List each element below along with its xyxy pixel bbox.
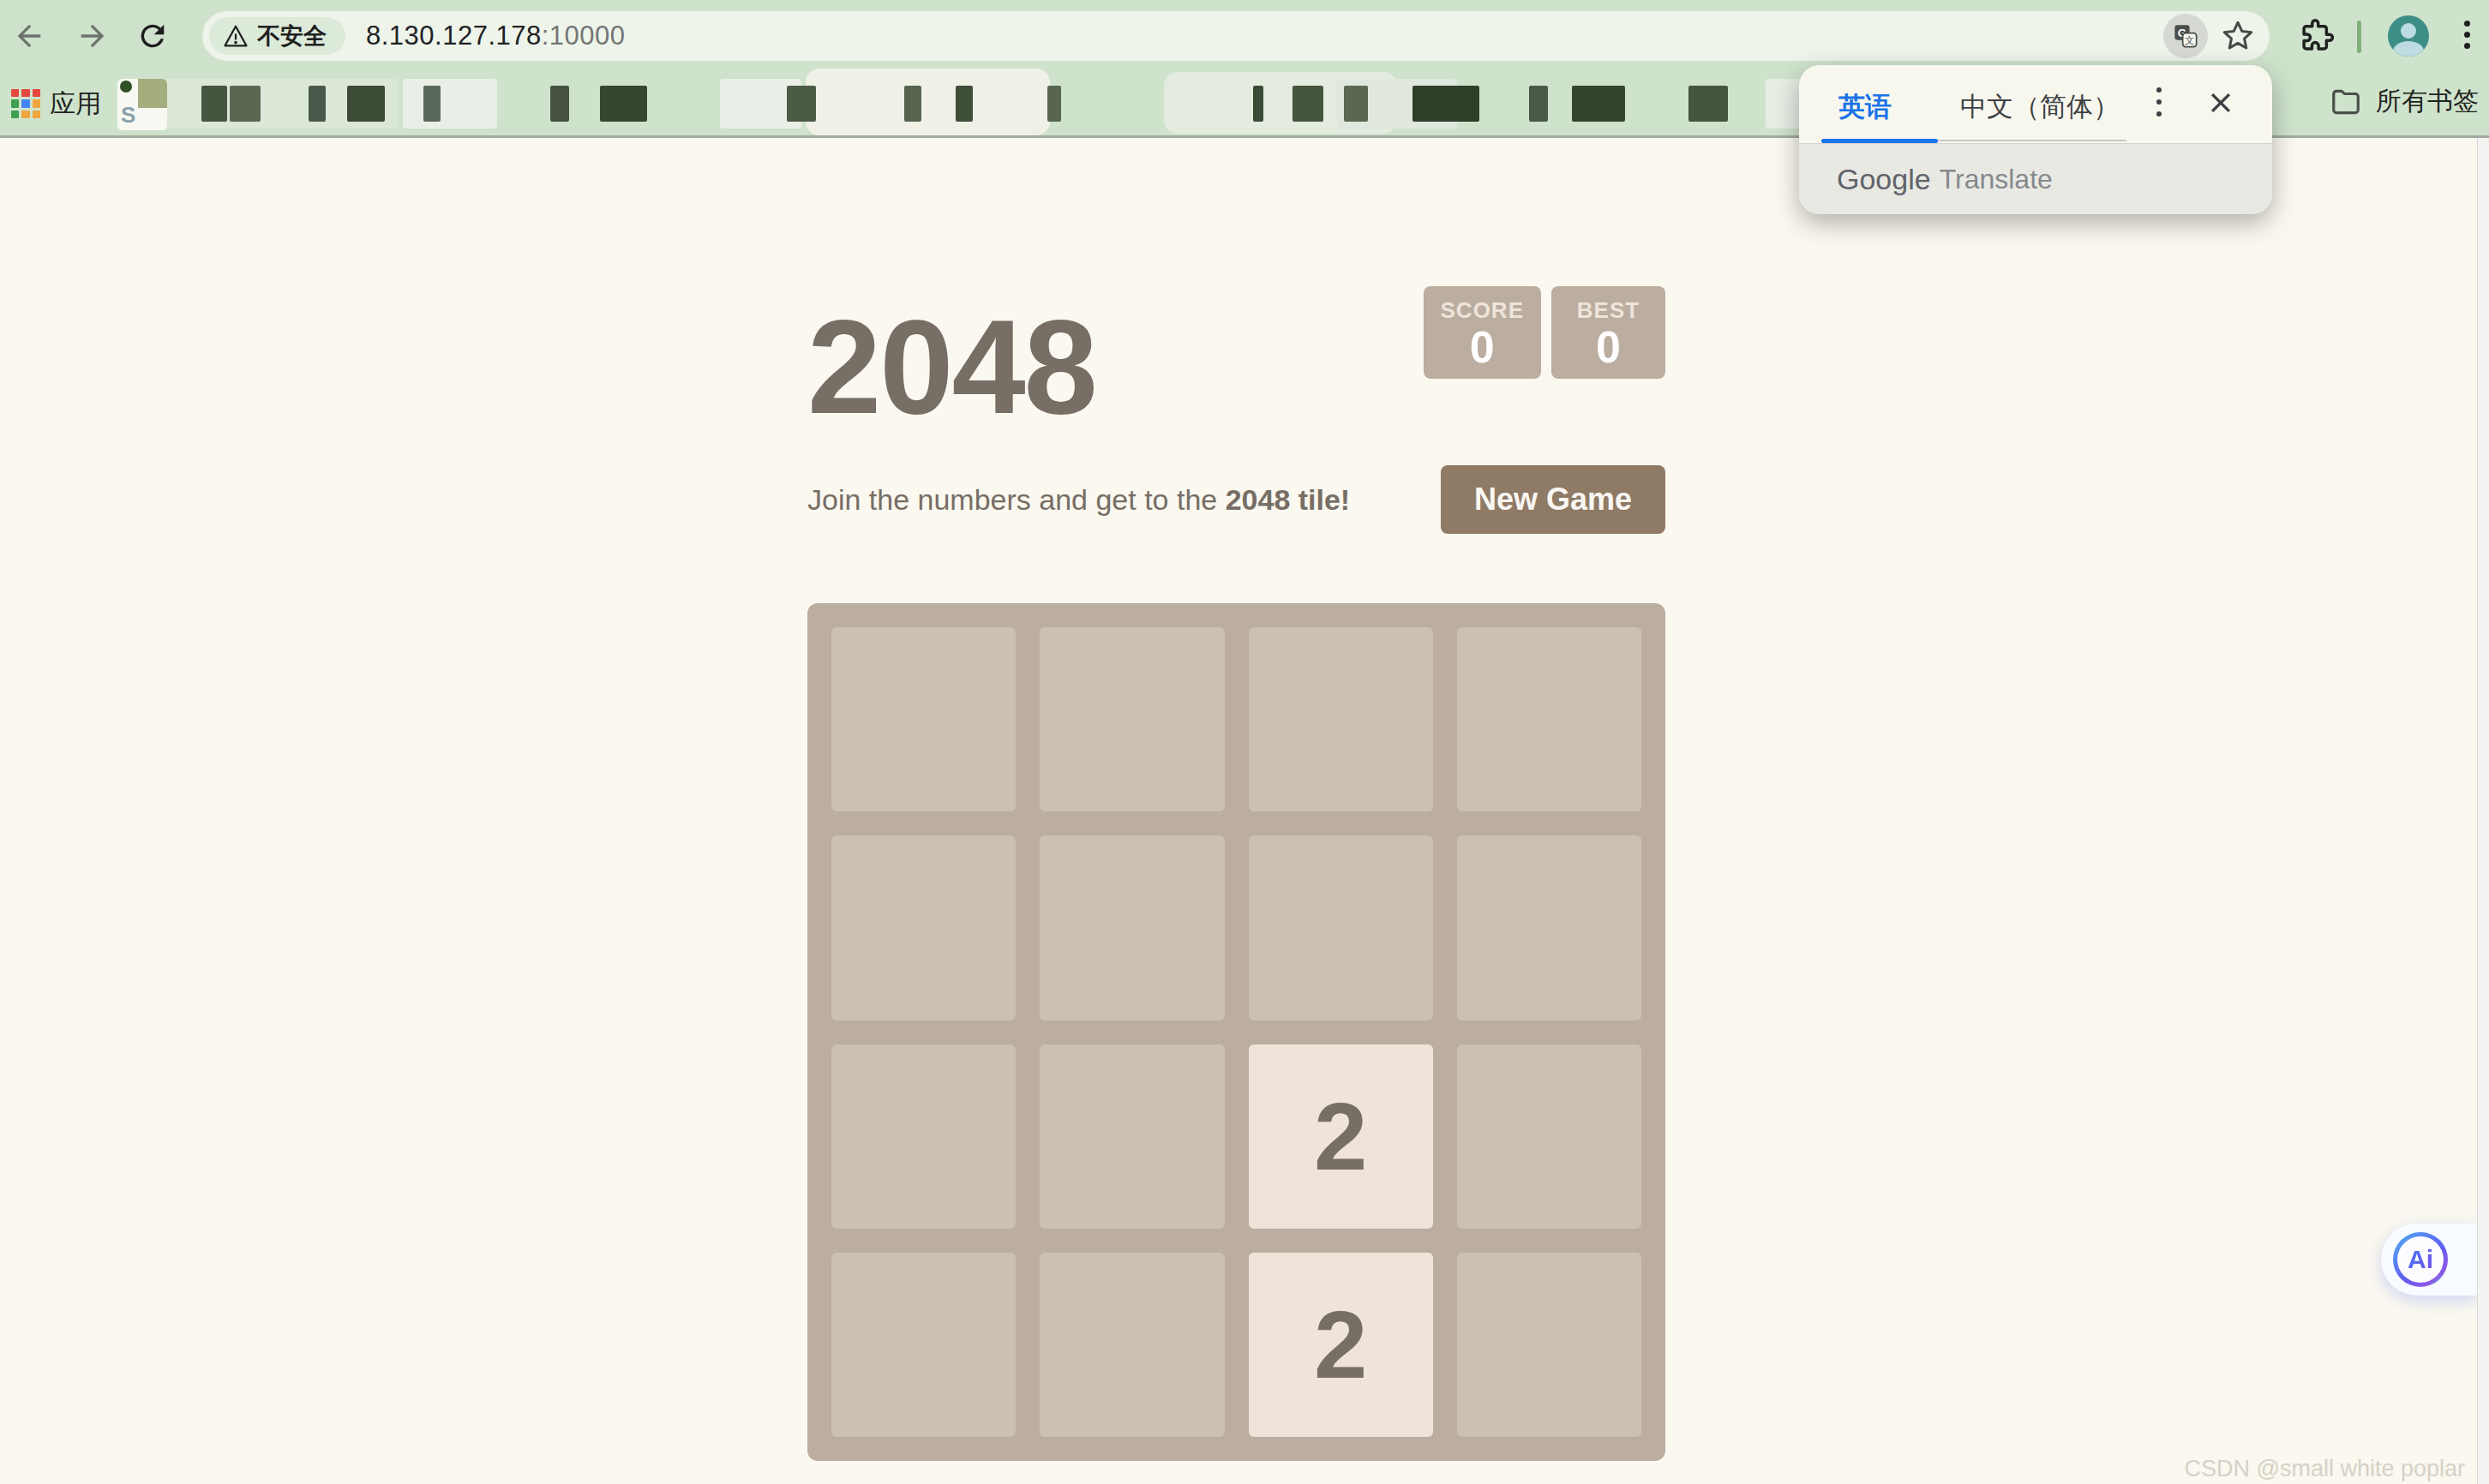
score-box: SCORE 0 bbox=[1424, 286, 1541, 379]
address-bar[interactable]: 不安全 8.130.127.178:10000 G 文 bbox=[202, 11, 2270, 61]
forward-icon[interactable] bbox=[75, 19, 110, 53]
page-title: 2048 bbox=[807, 301, 1096, 434]
goal-tile-text: 2048 tile! bbox=[1226, 483, 1351, 516]
game-instructions: Join the numbers and get to the 2048 til… bbox=[807, 483, 1350, 517]
board-cell-empty bbox=[1040, 1253, 1224, 1437]
back-icon[interactable] bbox=[12, 19, 46, 53]
page-content: 2048 SCORE 0 BEST 0 Join the numbers and… bbox=[0, 138, 2489, 1484]
game-2048: 2048 SCORE 0 BEST 0 Join the numbers and… bbox=[807, 138, 1665, 1484]
board-cell-empty bbox=[831, 627, 1016, 811]
board-cell-empty bbox=[1457, 1044, 1641, 1229]
score-value: 0 bbox=[1470, 324, 1495, 371]
redacted-bookmark bbox=[309, 86, 326, 122]
redacted-bookmark bbox=[201, 86, 227, 122]
tab-source-language[interactable]: 英语 bbox=[1838, 89, 1892, 125]
bookmark-favicon[interactable]: S bbox=[117, 79, 167, 130]
inactive-tab-underline bbox=[1938, 140, 2126, 141]
reload-icon[interactable] bbox=[135, 19, 170, 53]
ai-icon: Ai bbox=[2393, 1232, 2448, 1287]
board-cell-empty bbox=[1040, 627, 1224, 811]
apps-label[interactable]: 应用 bbox=[50, 87, 101, 122]
security-label: 不安全 bbox=[257, 21, 327, 51]
redacted-bookmark bbox=[347, 86, 385, 122]
translate-tabs: 英语 中文（简体） bbox=[1799, 65, 2272, 143]
all-bookmarks-label: 所有书签 bbox=[2376, 84, 2479, 119]
board-cell-empty bbox=[831, 1253, 1016, 1437]
translate-popup: 英语 中文（简体） Google Translate bbox=[1799, 65, 2272, 214]
all-bookmarks-button[interactable]: 所有书签 bbox=[2330, 84, 2479, 119]
board-cell-empty bbox=[1457, 1253, 1641, 1437]
tile-2: 2 bbox=[1249, 1253, 1433, 1437]
redacted-bookmark bbox=[1412, 86, 1479, 122]
url-port: :10000 bbox=[542, 21, 626, 51]
redacted-bookmark bbox=[1292, 86, 1323, 122]
redacted-bookmark bbox=[806, 69, 1050, 135]
ai-assistant-button[interactable]: Ai bbox=[2381, 1224, 2477, 1296]
redacted-bookmark bbox=[1047, 86, 1061, 122]
board-cell-empty bbox=[1457, 627, 1641, 811]
page-scrollbar[interactable] bbox=[2477, 138, 2489, 1484]
tile-2: 2 bbox=[1249, 1044, 1433, 1229]
close-icon[interactable] bbox=[2202, 84, 2240, 122]
new-game-button[interactable]: New Game bbox=[1441, 465, 1665, 534]
board-cell: 2 bbox=[1249, 1044, 1433, 1229]
browser-toolbar: 不安全 8.130.127.178:10000 G 文 bbox=[0, 0, 2489, 72]
redacted-bookmark bbox=[787, 86, 816, 122]
warning-icon bbox=[223, 23, 249, 49]
folder-icon bbox=[2330, 86, 2362, 118]
apps-grid-icon[interactable] bbox=[11, 89, 40, 118]
redacted-bookmark bbox=[423, 86, 441, 122]
translate-page-icon[interactable]: G 文 bbox=[2163, 14, 2208, 58]
redacted-bookmark bbox=[1344, 86, 1368, 122]
redacted-bookmark bbox=[1529, 86, 1548, 122]
profile-separator bbox=[2357, 21, 2361, 53]
redacted-bookmark bbox=[1688, 86, 1728, 122]
redacted-bookmark bbox=[1253, 86, 1263, 122]
extensions-icon[interactable] bbox=[2299, 18, 2335, 54]
score-panel: SCORE 0 BEST 0 bbox=[1424, 286, 1665, 379]
redacted-bookmark bbox=[600, 86, 647, 122]
best-label: BEST bbox=[1577, 297, 1640, 324]
board-cell-empty bbox=[1040, 1044, 1224, 1229]
security-chip[interactable]: 不安全 bbox=[209, 17, 345, 55]
board-cell-empty bbox=[831, 1044, 1016, 1229]
bookmark-star-icon[interactable] bbox=[2220, 18, 2256, 54]
svg-text:文: 文 bbox=[2185, 35, 2194, 45]
board-cell: 2 bbox=[1249, 1253, 1433, 1437]
redacted-bookmark bbox=[403, 79, 497, 129]
best-box: BEST 0 bbox=[1551, 286, 1665, 379]
redacted-bookmark bbox=[956, 86, 973, 122]
board-cell-empty bbox=[1040, 835, 1224, 1020]
board-cell-empty bbox=[1457, 835, 1641, 1020]
translate-brand: Translate bbox=[1940, 164, 2053, 195]
redacted-bookmark bbox=[904, 86, 921, 122]
score-label: SCORE bbox=[1441, 297, 1524, 324]
redacted-bookmark bbox=[550, 86, 569, 122]
url-text: 8.130.127.178:10000 bbox=[366, 21, 626, 51]
google-brand: Google bbox=[1837, 163, 1931, 196]
translate-attribution: Google Translate bbox=[1799, 143, 2272, 214]
redacted-bookmark bbox=[230, 86, 261, 122]
browser-menu-icon[interactable] bbox=[2463, 21, 2470, 53]
board-cell-empty bbox=[1249, 835, 1433, 1020]
board-cell-empty bbox=[1249, 627, 1433, 811]
board-cell-empty bbox=[831, 835, 1016, 1020]
best-value: 0 bbox=[1596, 324, 1621, 371]
board[interactable]: 22 bbox=[807, 603, 1665, 1461]
profile-avatar[interactable] bbox=[2388, 15, 2429, 57]
redacted-bookmark bbox=[1572, 86, 1625, 122]
csdn-watermark: CSDN @small white poplar bbox=[2184, 1456, 2465, 1482]
translate-glyph-icon: G 文 bbox=[2172, 22, 2199, 50]
translate-options-icon[interactable] bbox=[2156, 87, 2162, 122]
browser-window: 不安全 8.130.127.178:10000 G 文 bbox=[0, 0, 2489, 1484]
tab-target-language[interactable]: 中文（简体） bbox=[1960, 89, 2120, 125]
